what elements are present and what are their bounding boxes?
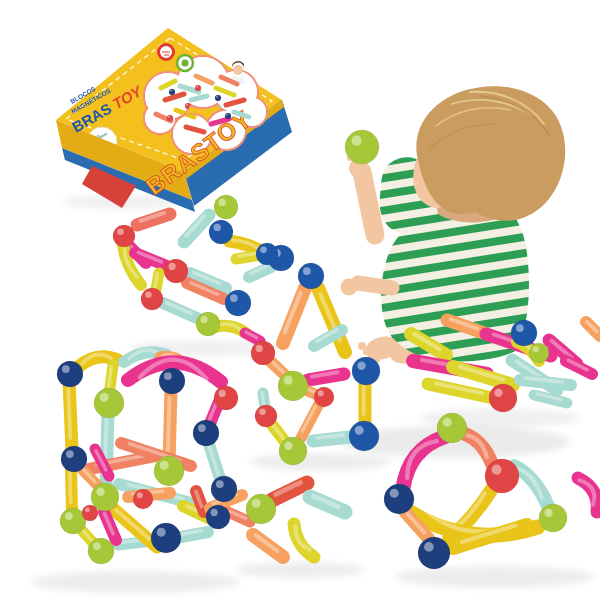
magnetic-ball bbox=[384, 484, 414, 514]
ball-highlight bbox=[357, 361, 365, 369]
ball-highlight bbox=[260, 247, 267, 254]
ball-highlight bbox=[186, 104, 188, 106]
shadow-loose-pieces bbox=[235, 562, 365, 578]
ball-highlight bbox=[284, 376, 293, 385]
magnetic-ball bbox=[225, 290, 251, 316]
ball-highlight bbox=[65, 512, 73, 520]
child-resting-hand bbox=[341, 279, 358, 296]
ball-highlight bbox=[157, 528, 166, 537]
ball-highlight bbox=[198, 424, 206, 432]
magnetic-ball bbox=[167, 115, 173, 121]
ball-highlight bbox=[424, 542, 434, 552]
ball-highlight bbox=[62, 365, 70, 373]
ball-highlight bbox=[516, 324, 524, 332]
ball-highlight bbox=[303, 267, 311, 275]
rod-sheen bbox=[70, 472, 71, 502]
magnetic-ball bbox=[529, 343, 549, 363]
magnetic-ball bbox=[539, 504, 567, 532]
ball-highlight bbox=[170, 90, 172, 92]
magnetic-ball bbox=[256, 243, 278, 265]
magnetic-ball bbox=[159, 368, 185, 394]
magnetic-ball bbox=[352, 357, 380, 385]
ball-highlight bbox=[93, 542, 101, 550]
ball-highlight bbox=[252, 499, 261, 508]
ball-highlight bbox=[491, 464, 501, 474]
ball-highlight bbox=[214, 224, 221, 231]
ball-highlight bbox=[211, 509, 218, 516]
magnetic-rod bbox=[301, 404, 319, 438]
structure-ladder-structure bbox=[113, 195, 294, 341]
ball-highlight bbox=[355, 426, 364, 435]
magnetic-ball bbox=[251, 341, 275, 365]
magnetic-ball bbox=[214, 195, 238, 219]
ball-highlight bbox=[219, 390, 226, 397]
structure-pyramid-structure bbox=[251, 263, 380, 465]
magnetic-ball bbox=[214, 386, 238, 410]
ball-highlight bbox=[201, 316, 208, 323]
magnetic-ball bbox=[141, 288, 163, 310]
magnetic-ball bbox=[195, 85, 201, 91]
ball-highlight bbox=[168, 116, 170, 118]
ball-highlight bbox=[145, 292, 152, 299]
structure-cube-structure bbox=[57, 350, 250, 564]
magnetic-ball bbox=[211, 476, 237, 502]
ball-highlight bbox=[160, 461, 169, 470]
shadow-pyramid bbox=[250, 453, 390, 471]
magnetic-ball bbox=[88, 538, 114, 564]
magnetic-ball bbox=[485, 459, 519, 493]
magnetic-ball bbox=[151, 523, 181, 553]
magnetic-ball bbox=[298, 263, 324, 289]
magnetic-ball bbox=[169, 89, 175, 95]
magnetic-ball bbox=[57, 361, 83, 387]
product-box: BLOCOS MAGNÉTICOS BRAS TOY BRASTOY BRAST… bbox=[56, 28, 292, 212]
shadow-cube bbox=[30, 571, 240, 593]
magnetic-ball bbox=[193, 420, 219, 446]
ball-highlight bbox=[164, 372, 172, 380]
magnetic-ball bbox=[345, 130, 379, 164]
ball-highlight bbox=[544, 508, 552, 516]
ball-highlight bbox=[443, 418, 452, 427]
child-resting-forearm bbox=[358, 283, 392, 288]
magnetic-ball bbox=[154, 456, 184, 486]
ball-highlight bbox=[256, 345, 263, 352]
badge-green-dot bbox=[182, 60, 189, 67]
rod-sheen bbox=[68, 388, 70, 438]
magnetic-ball bbox=[206, 505, 230, 529]
magnetic-rod bbox=[184, 215, 209, 242]
magnetic-ball bbox=[246, 494, 276, 524]
magnetic-ball bbox=[113, 225, 135, 247]
ball-highlight bbox=[390, 489, 399, 498]
ball-highlight bbox=[216, 480, 224, 488]
magnetic-rod bbox=[283, 288, 305, 343]
ball-highlight bbox=[284, 441, 292, 449]
shadow-arch bbox=[395, 566, 595, 588]
magnetic-ball bbox=[278, 371, 308, 401]
magnetic-ball bbox=[215, 95, 221, 101]
structure-ball-in-hand bbox=[345, 130, 379, 164]
magnetic-ball bbox=[349, 421, 379, 451]
ball-highlight bbox=[196, 86, 198, 88]
ball-highlight bbox=[216, 96, 218, 98]
child-hair bbox=[416, 86, 565, 221]
ball-highlight bbox=[533, 346, 539, 352]
structure-loose-pieces bbox=[246, 482, 345, 557]
magnetic-ball bbox=[225, 113, 231, 119]
ball-highlight bbox=[66, 450, 74, 458]
rod-sheen bbox=[168, 398, 169, 451]
ball-highlight bbox=[318, 390, 324, 396]
magnetic-ball bbox=[511, 320, 537, 346]
ball-highlight bbox=[219, 199, 226, 206]
magnetic-ball bbox=[196, 312, 220, 336]
magnetic-ball bbox=[437, 413, 467, 443]
magnetic-ball bbox=[489, 384, 517, 412]
magnetic-ball bbox=[133, 489, 153, 509]
ball-highlight bbox=[100, 393, 109, 402]
ball-highlight bbox=[137, 492, 143, 498]
magnetic-ball bbox=[61, 446, 87, 472]
ball-highlight bbox=[351, 135, 361, 145]
magnetic-ball bbox=[82, 505, 98, 521]
ball-highlight bbox=[117, 229, 124, 236]
magnetic-ball bbox=[164, 259, 188, 283]
ball-highlight bbox=[259, 409, 266, 416]
magnetic-ball bbox=[255, 405, 277, 427]
ball-highlight bbox=[169, 263, 176, 270]
rod-sheen bbox=[262, 393, 263, 404]
ball-highlight bbox=[230, 294, 238, 302]
ball-highlight bbox=[226, 114, 228, 116]
ball-highlight bbox=[494, 388, 502, 396]
magnetic-rod bbox=[428, 384, 493, 398]
magnetic-rod bbox=[453, 367, 513, 385]
magnetic-ball bbox=[314, 387, 334, 407]
product-photo: BLOCOS MAGNÉTICOS BRAS TOY BRASTOY BRAST… bbox=[0, 0, 600, 600]
magnetic-rod bbox=[514, 466, 548, 506]
magnetic-ball bbox=[279, 437, 307, 465]
ball-highlight bbox=[85, 508, 90, 513]
child-raised-forearm bbox=[362, 172, 375, 235]
ball-highlight bbox=[96, 487, 104, 495]
scene-canvas: BLOCOS MAGNÉTICOS BRAS TOY BRASTOY BRAST… bbox=[0, 0, 600, 600]
magnetic-ball bbox=[418, 537, 450, 569]
magnetic-ball bbox=[209, 220, 233, 244]
magnetic-ball bbox=[94, 388, 124, 418]
